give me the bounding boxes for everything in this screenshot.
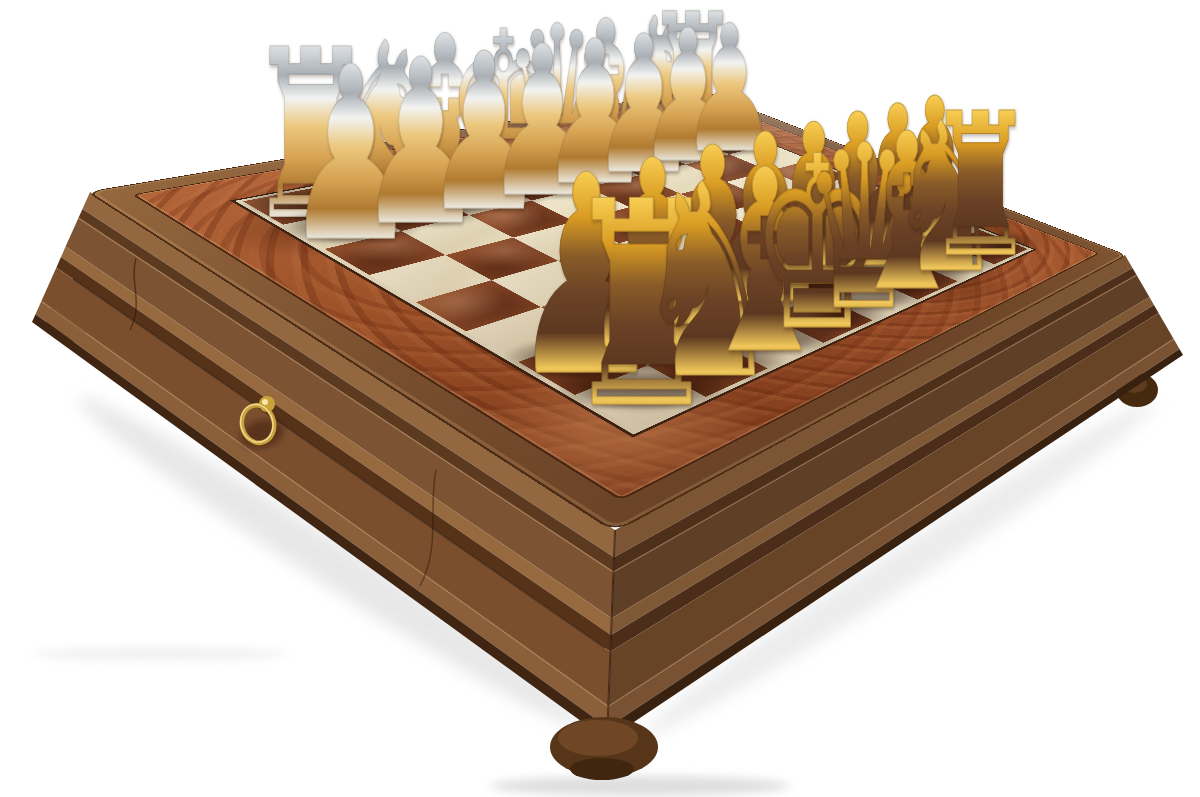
bun-foot-near-base [570,758,634,780]
ground-shadow-near [490,776,790,796]
ground-shadow-streak [32,648,288,660]
chess-set-photo: ♜♞♝♚♛♝♞♜♟♟♟♟♟♟♟♟♟♟♟♟♟♟♟♟♜♞♝♚♛♝♞♜ [0,0,1200,797]
bun-foot-near-highlight [558,720,638,756]
